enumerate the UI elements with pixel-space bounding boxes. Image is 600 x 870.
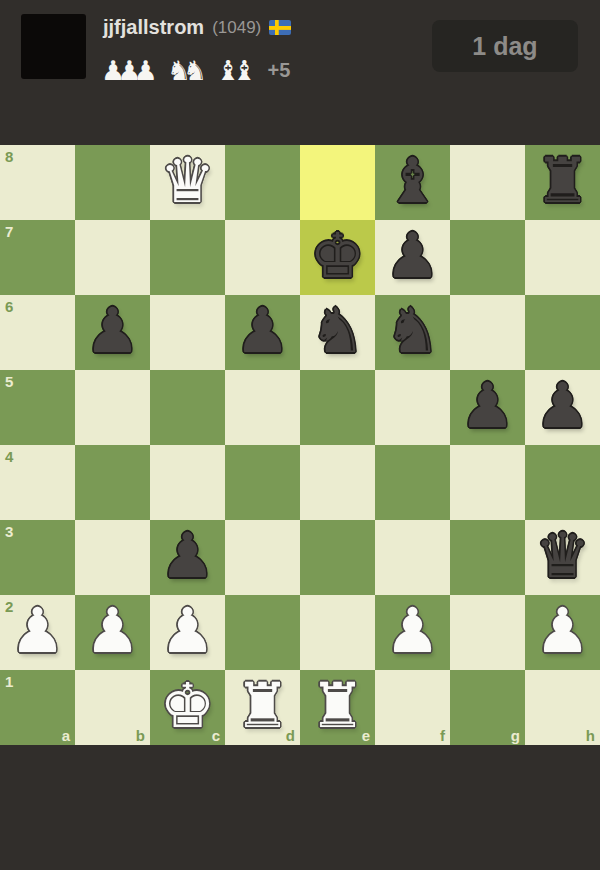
square-h5[interactable]: ♟: [525, 370, 600, 445]
square-d4[interactable]: [225, 445, 300, 520]
square-g7[interactable]: [450, 220, 525, 295]
square-c4[interactable]: [150, 445, 225, 520]
square-d8[interactable]: [225, 145, 300, 220]
square-f3[interactable]: [375, 520, 450, 595]
square-c8[interactable]: ♛: [150, 145, 225, 220]
white-pawn-f2[interactable]: ♟: [375, 595, 450, 670]
square-e6[interactable]: ♞: [300, 295, 375, 370]
square-d3[interactable]: [225, 520, 300, 595]
square-f8[interactable]: ♝: [375, 145, 450, 220]
rank-label-1: 1: [5, 673, 13, 690]
square-b4[interactable]: [75, 445, 150, 520]
white-king-c1[interactable]: ♚: [150, 670, 225, 745]
top-player-clock: 1 dag: [432, 20, 578, 72]
square-g3[interactable]: [450, 520, 525, 595]
square-c7[interactable]: [150, 220, 225, 295]
square-b7[interactable]: [75, 220, 150, 295]
square-e3[interactable]: [300, 520, 375, 595]
square-e2[interactable]: [300, 595, 375, 670]
top-player-rating: (1049): [212, 18, 261, 38]
square-d2[interactable]: [225, 595, 300, 670]
square-b3[interactable]: [75, 520, 150, 595]
file-label-g: g: [511, 727, 520, 744]
black-pawn-g5[interactable]: ♟: [450, 370, 525, 445]
black-knight-f6[interactable]: ♞: [375, 295, 450, 370]
rank-label-8: 8: [5, 148, 13, 165]
square-h7[interactable]: [525, 220, 600, 295]
square-d1[interactable]: d♜: [225, 670, 300, 745]
rank-label-5: 5: [5, 373, 13, 390]
square-a4[interactable]: 4: [0, 445, 75, 520]
square-c3[interactable]: ♟: [150, 520, 225, 595]
square-b6[interactable]: ♟: [75, 295, 150, 370]
top-player-bar: jjfjallstrom (1049) ♟♟♟ ♞♞ ♝♝ +5 1 dag: [0, 0, 600, 145]
square-b8[interactable]: [75, 145, 150, 220]
white-rook-d1[interactable]: ♜: [225, 670, 300, 745]
square-e8[interactable]: [300, 145, 375, 220]
file-label-b: b: [136, 727, 145, 744]
black-pawn-b6[interactable]: ♟: [75, 295, 150, 370]
square-a6[interactable]: 6: [0, 295, 75, 370]
square-g2[interactable]: [450, 595, 525, 670]
captured-knights-icon: ♞♞: [167, 55, 207, 86]
square-e5[interactable]: [300, 370, 375, 445]
black-rook-h8[interactable]: ♜: [525, 145, 600, 220]
top-player-clock-text: 1 dag: [472, 32, 537, 61]
square-f7[interactable]: ♟: [375, 220, 450, 295]
square-h8[interactable]: ♜: [525, 145, 600, 220]
square-d5[interactable]: [225, 370, 300, 445]
chess-board: 8♛♝♜7♚♟6♟♟♞♞5♟♟43♟♛2♟♟♟♟♟1abc♚d♜e♜fgh: [0, 145, 600, 745]
top-player-avatar[interactable]: [21, 14, 86, 79]
square-g5[interactable]: ♟: [450, 370, 525, 445]
white-pawn-b2[interactable]: ♟: [75, 595, 150, 670]
square-a3[interactable]: 3: [0, 520, 75, 595]
white-queen-c8[interactable]: ♛: [150, 145, 225, 220]
square-a7[interactable]: 7: [0, 220, 75, 295]
black-bishop-f8[interactable]: ♝: [375, 145, 450, 220]
square-b1[interactable]: b: [75, 670, 150, 745]
square-b2[interactable]: ♟: [75, 595, 150, 670]
bottom-player-bar: ♟ PhatStarLord (589) ♟♟ ♝ ♜ 13 timmar: [0, 745, 600, 870]
square-f2[interactable]: ♟: [375, 595, 450, 670]
square-g8[interactable]: [450, 145, 525, 220]
square-a2[interactable]: 2♟: [0, 595, 75, 670]
square-c1[interactable]: c♚: [150, 670, 225, 745]
captured-bishops-icon: ♝♝: [216, 55, 256, 86]
black-king-e7[interactable]: ♚: [300, 220, 375, 295]
rank-label-3: 3: [5, 523, 13, 540]
square-e1[interactable]: e♜: [300, 670, 375, 745]
rank-label-7: 7: [5, 223, 13, 240]
sweden-flag-icon: [269, 20, 291, 35]
square-e7[interactable]: ♚: [300, 220, 375, 295]
square-d6[interactable]: ♟: [225, 295, 300, 370]
black-queen-h3[interactable]: ♛: [525, 520, 600, 595]
square-a1[interactable]: 1a: [0, 670, 75, 745]
square-f6[interactable]: ♞: [375, 295, 450, 370]
square-h3[interactable]: ♛: [525, 520, 600, 595]
square-g4[interactable]: [450, 445, 525, 520]
black-pawn-c3[interactable]: ♟: [150, 520, 225, 595]
square-a8[interactable]: 8: [0, 145, 75, 220]
top-player-username[interactable]: jjfjallstrom: [103, 16, 204, 39]
file-label-a: a: [62, 727, 70, 744]
square-f5[interactable]: [375, 370, 450, 445]
material-advantage: +5: [267, 59, 290, 82]
square-d7[interactable]: [225, 220, 300, 295]
square-f4[interactable]: [375, 445, 450, 520]
square-f1[interactable]: f: [375, 670, 450, 745]
square-h1[interactable]: h: [525, 670, 600, 745]
black-knight-e6[interactable]: ♞: [300, 295, 375, 370]
square-a5[interactable]: 5: [0, 370, 75, 445]
square-g6[interactable]: [450, 295, 525, 370]
top-player-captured-pieces: ♟♟♟ ♞♞ ♝♝ +5: [101, 54, 290, 86]
white-pawn-c2[interactable]: ♟: [150, 595, 225, 670]
black-pawn-f7[interactable]: ♟: [375, 220, 450, 295]
file-label-h: h: [586, 727, 595, 744]
square-h4[interactable]: [525, 445, 600, 520]
white-rook-e1[interactable]: ♜: [300, 670, 375, 745]
captured-pawns-icon: ♟♟♟: [101, 55, 158, 86]
black-pawn-h5[interactable]: ♟: [525, 370, 600, 445]
square-c5[interactable]: [150, 370, 225, 445]
black-pawn-d6[interactable]: ♟: [225, 295, 300, 370]
white-pawn-h2[interactable]: ♟: [525, 595, 600, 670]
rank-label-6: 6: [5, 298, 13, 315]
file-label-f: f: [440, 727, 445, 744]
square-h2[interactable]: ♟: [525, 595, 600, 670]
square-c2[interactable]: ♟: [150, 595, 225, 670]
rank-label-4: 4: [5, 448, 13, 465]
square-b5[interactable]: [75, 370, 150, 445]
square-h6[interactable]: [525, 295, 600, 370]
white-pawn-a2[interactable]: ♟: [0, 595, 75, 670]
square-g1[interactable]: g: [450, 670, 525, 745]
square-c6[interactable]: [150, 295, 225, 370]
square-e4[interactable]: [300, 445, 375, 520]
